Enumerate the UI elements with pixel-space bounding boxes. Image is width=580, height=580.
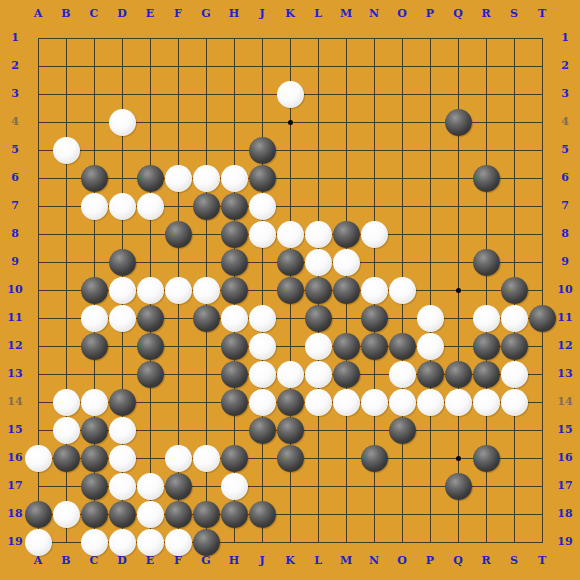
board-cell-h9[interactable]	[220, 248, 248, 276]
board-cell-l16[interactable]	[304, 444, 332, 472]
board-cell-m9[interactable]	[332, 248, 360, 276]
board-cell-h19[interactable]	[220, 528, 248, 556]
board-cell-b12[interactable]	[52, 332, 80, 360]
board-cell-c18[interactable]	[80, 500, 108, 528]
board-cell-e8[interactable]	[136, 220, 164, 248]
board-cell-h13[interactable]	[220, 360, 248, 388]
board-cell-o18[interactable]	[388, 500, 416, 528]
board-cell-e17[interactable]	[136, 472, 164, 500]
board-cell-c15[interactable]	[80, 416, 108, 444]
board-cell-e2[interactable]	[136, 52, 164, 80]
board-cell-t14[interactable]	[528, 388, 556, 416]
board-cell-l3[interactable]	[304, 80, 332, 108]
board-cell-r10[interactable]	[472, 276, 500, 304]
board-cell-h16[interactable]	[220, 444, 248, 472]
board-cell-l5[interactable]	[304, 136, 332, 164]
board-cell-h12[interactable]	[220, 332, 248, 360]
board-cell-b2[interactable]	[52, 52, 80, 80]
board-cell-a12[interactable]	[24, 332, 52, 360]
board-cell-j19[interactable]	[248, 528, 276, 556]
board-cell-d3[interactable]	[108, 80, 136, 108]
board-cell-q12[interactable]	[444, 332, 472, 360]
board-cell-p7[interactable]	[416, 192, 444, 220]
board-cell-j8[interactable]	[248, 220, 276, 248]
board-cell-k5[interactable]	[276, 136, 304, 164]
board-cell-p18[interactable]	[416, 500, 444, 528]
board-cell-j16[interactable]	[248, 444, 276, 472]
board-cell-l1[interactable]	[304, 24, 332, 52]
board-cell-s7[interactable]	[500, 192, 528, 220]
board-cell-e10[interactable]	[136, 276, 164, 304]
board-cell-m3[interactable]	[332, 80, 360, 108]
board-cell-p14[interactable]	[416, 388, 444, 416]
board-cell-d4[interactable]	[108, 108, 136, 136]
board-cell-g11[interactable]	[192, 304, 220, 332]
board-cell-t2[interactable]	[528, 52, 556, 80]
board-cell-m7[interactable]	[332, 192, 360, 220]
board-cell-o6[interactable]	[388, 164, 416, 192]
board-cell-c13[interactable]	[80, 360, 108, 388]
board-cell-o10[interactable]	[388, 276, 416, 304]
board-cell-j14[interactable]	[248, 388, 276, 416]
board-cell-b6[interactable]	[52, 164, 80, 192]
board-cell-k3[interactable]	[276, 80, 304, 108]
board-cell-f17[interactable]	[164, 472, 192, 500]
board-cell-r4[interactable]	[472, 108, 500, 136]
board-cell-o12[interactable]	[388, 332, 416, 360]
board-cell-g10[interactable]	[192, 276, 220, 304]
board-cell-a19[interactable]	[24, 528, 52, 556]
board-cell-c3[interactable]	[80, 80, 108, 108]
board-cell-l18[interactable]	[304, 500, 332, 528]
board-cell-l14[interactable]	[304, 388, 332, 416]
board-cell-c12[interactable]	[80, 332, 108, 360]
board-cell-e13[interactable]	[136, 360, 164, 388]
board-cell-t10[interactable]	[528, 276, 556, 304]
board-cell-q10[interactable]	[444, 276, 472, 304]
board-cell-t11[interactable]	[528, 304, 556, 332]
board-cell-m13[interactable]	[332, 360, 360, 388]
board-cell-l4[interactable]	[304, 108, 332, 136]
board-cell-b9[interactable]	[52, 248, 80, 276]
board-cell-b17[interactable]	[52, 472, 80, 500]
board-cell-o7[interactable]	[388, 192, 416, 220]
board-cell-k6[interactable]	[276, 164, 304, 192]
board-cell-a4[interactable]	[24, 108, 52, 136]
board-cell-s1[interactable]	[500, 24, 528, 52]
board-cell-j4[interactable]	[248, 108, 276, 136]
board-cell-n18[interactable]	[360, 500, 388, 528]
board-cell-p10[interactable]	[416, 276, 444, 304]
board-cell-d10[interactable]	[108, 276, 136, 304]
board-cell-a8[interactable]	[24, 220, 52, 248]
board-cell-s9[interactable]	[500, 248, 528, 276]
board-cell-n3[interactable]	[360, 80, 388, 108]
board-cell-a1[interactable]	[24, 24, 52, 52]
board-cell-s18[interactable]	[500, 500, 528, 528]
board-cell-s15[interactable]	[500, 416, 528, 444]
board-cell-o17[interactable]	[388, 472, 416, 500]
board-cell-g3[interactable]	[192, 80, 220, 108]
board-cell-n10[interactable]	[360, 276, 388, 304]
board-cell-a13[interactable]	[24, 360, 52, 388]
board-cell-b18[interactable]	[52, 500, 80, 528]
board-cell-k12[interactable]	[276, 332, 304, 360]
board-cell-f1[interactable]	[164, 24, 192, 52]
board-cell-e3[interactable]	[136, 80, 164, 108]
board-cell-s3[interactable]	[500, 80, 528, 108]
board-cell-n13[interactable]	[360, 360, 388, 388]
board-cell-f2[interactable]	[164, 52, 192, 80]
board-cell-q7[interactable]	[444, 192, 472, 220]
board-cell-t3[interactable]	[528, 80, 556, 108]
board-cell-l2[interactable]	[304, 52, 332, 80]
board-cell-c5[interactable]	[80, 136, 108, 164]
board-cell-b1[interactable]	[52, 24, 80, 52]
board-cell-b10[interactable]	[52, 276, 80, 304]
board-cell-a17[interactable]	[24, 472, 52, 500]
board-cell-m14[interactable]	[332, 388, 360, 416]
board-cell-c17[interactable]	[80, 472, 108, 500]
board-cell-f12[interactable]	[164, 332, 192, 360]
board-cell-h3[interactable]	[220, 80, 248, 108]
board-cell-a15[interactable]	[24, 416, 52, 444]
board-cell-c11[interactable]	[80, 304, 108, 332]
board-cell-s19[interactable]	[500, 528, 528, 556]
board-cell-h17[interactable]	[220, 472, 248, 500]
board-cell-s4[interactable]	[500, 108, 528, 136]
board-cell-s2[interactable]	[500, 52, 528, 80]
board-cell-j18[interactable]	[248, 500, 276, 528]
board-cell-f7[interactable]	[164, 192, 192, 220]
board-cell-e1[interactable]	[136, 24, 164, 52]
board-cell-c7[interactable]	[80, 192, 108, 220]
board-cell-h2[interactable]	[220, 52, 248, 80]
board-cell-q15[interactable]	[444, 416, 472, 444]
board-cell-o3[interactable]	[388, 80, 416, 108]
board-cell-f5[interactable]	[164, 136, 192, 164]
board-cell-d2[interactable]	[108, 52, 136, 80]
board-cell-b8[interactable]	[52, 220, 80, 248]
board-cell-k2[interactable]	[276, 52, 304, 80]
board-cell-m15[interactable]	[332, 416, 360, 444]
board-cell-c1[interactable]	[80, 24, 108, 52]
board-cell-r12[interactable]	[472, 332, 500, 360]
board-cell-r19[interactable]	[472, 528, 500, 556]
board-cell-p13[interactable]	[416, 360, 444, 388]
board-cell-n9[interactable]	[360, 248, 388, 276]
board-cell-j12[interactable]	[248, 332, 276, 360]
board-cell-m6[interactable]	[332, 164, 360, 192]
board-cell-d7[interactable]	[108, 192, 136, 220]
board-cell-n5[interactable]	[360, 136, 388, 164]
board-cell-f6[interactable]	[164, 164, 192, 192]
board-cell-n1[interactable]	[360, 24, 388, 52]
board-cell-r14[interactable]	[472, 388, 500, 416]
board-cell-d11[interactable]	[108, 304, 136, 332]
board-cell-t5[interactable]	[528, 136, 556, 164]
board-cell-h11[interactable]	[220, 304, 248, 332]
board-cell-l19[interactable]	[304, 528, 332, 556]
board-cell-r6[interactable]	[472, 164, 500, 192]
board-cell-k8[interactable]	[276, 220, 304, 248]
board-cell-e14[interactable]	[136, 388, 164, 416]
board-cell-c6[interactable]	[80, 164, 108, 192]
board-cell-j2[interactable]	[248, 52, 276, 80]
board-cell-k15[interactable]	[276, 416, 304, 444]
board-cell-c4[interactable]	[80, 108, 108, 136]
board-cell-t12[interactable]	[528, 332, 556, 360]
board-cell-a3[interactable]	[24, 80, 52, 108]
board-cell-k1[interactable]	[276, 24, 304, 52]
board-cell-q11[interactable]	[444, 304, 472, 332]
board-cell-p17[interactable]	[416, 472, 444, 500]
board-cell-e5[interactable]	[136, 136, 164, 164]
board-cell-o19[interactable]	[388, 528, 416, 556]
board-cell-m10[interactable]	[332, 276, 360, 304]
board-cell-d16[interactable]	[108, 444, 136, 472]
board-cell-d13[interactable]	[108, 360, 136, 388]
board-cell-o4[interactable]	[388, 108, 416, 136]
board-cell-c2[interactable]	[80, 52, 108, 80]
board-cell-r8[interactable]	[472, 220, 500, 248]
board-cell-p19[interactable]	[416, 528, 444, 556]
board-cell-b7[interactable]	[52, 192, 80, 220]
board-cell-q5[interactable]	[444, 136, 472, 164]
board-cell-f14[interactable]	[164, 388, 192, 416]
board-cell-f19[interactable]	[164, 528, 192, 556]
board-cell-o8[interactable]	[388, 220, 416, 248]
board-cell-e9[interactable]	[136, 248, 164, 276]
board-cell-d12[interactable]	[108, 332, 136, 360]
board-cell-s12[interactable]	[500, 332, 528, 360]
board-cell-o13[interactable]	[388, 360, 416, 388]
board-cell-h8[interactable]	[220, 220, 248, 248]
board-cell-f11[interactable]	[164, 304, 192, 332]
board-cell-m11[interactable]	[332, 304, 360, 332]
board-cell-p2[interactable]	[416, 52, 444, 80]
board-cell-l17[interactable]	[304, 472, 332, 500]
board-cell-s11[interactable]	[500, 304, 528, 332]
board-cell-a5[interactable]	[24, 136, 52, 164]
board-cell-b19[interactable]	[52, 528, 80, 556]
board-cell-m5[interactable]	[332, 136, 360, 164]
board-cell-k17[interactable]	[276, 472, 304, 500]
board-cell-f3[interactable]	[164, 80, 192, 108]
board-cell-t17[interactable]	[528, 472, 556, 500]
board-cell-b13[interactable]	[52, 360, 80, 388]
board-cell-o1[interactable]	[388, 24, 416, 52]
board-cell-c14[interactable]	[80, 388, 108, 416]
board-cell-p15[interactable]	[416, 416, 444, 444]
board-cell-b5[interactable]	[52, 136, 80, 164]
board-cell-d9[interactable]	[108, 248, 136, 276]
board-cell-q19[interactable]	[444, 528, 472, 556]
board-cell-j11[interactable]	[248, 304, 276, 332]
board-cell-j1[interactable]	[248, 24, 276, 52]
board-cell-j7[interactable]	[248, 192, 276, 220]
board-cell-b3[interactable]	[52, 80, 80, 108]
board-cell-l10[interactable]	[304, 276, 332, 304]
board-cell-l9[interactable]	[304, 248, 332, 276]
board-cell-h5[interactable]	[220, 136, 248, 164]
board-cell-n7[interactable]	[360, 192, 388, 220]
board-cell-m12[interactable]	[332, 332, 360, 360]
board-cell-e19[interactable]	[136, 528, 164, 556]
board-cell-a9[interactable]	[24, 248, 52, 276]
board-cell-b15[interactable]	[52, 416, 80, 444]
board-cell-j10[interactable]	[248, 276, 276, 304]
board-cell-f15[interactable]	[164, 416, 192, 444]
board-cell-h18[interactable]	[220, 500, 248, 528]
board-cell-j13[interactable]	[248, 360, 276, 388]
board-cell-b11[interactable]	[52, 304, 80, 332]
board-cell-l7[interactable]	[304, 192, 332, 220]
board-cell-k4[interactable]	[276, 108, 304, 136]
board-cell-k9[interactable]	[276, 248, 304, 276]
board-cell-f13[interactable]	[164, 360, 192, 388]
board-cell-s5[interactable]	[500, 136, 528, 164]
board-cell-m4[interactable]	[332, 108, 360, 136]
board-cell-n16[interactable]	[360, 444, 388, 472]
board-cell-k14[interactable]	[276, 388, 304, 416]
board-cell-k16[interactable]	[276, 444, 304, 472]
board-cell-s6[interactable]	[500, 164, 528, 192]
board-cell-g6[interactable]	[192, 164, 220, 192]
board-cell-l8[interactable]	[304, 220, 332, 248]
board-cell-l11[interactable]	[304, 304, 332, 332]
board-cell-t16[interactable]	[528, 444, 556, 472]
board-cell-m8[interactable]	[332, 220, 360, 248]
board-cell-c8[interactable]	[80, 220, 108, 248]
board-cell-r7[interactable]	[472, 192, 500, 220]
board-cell-o9[interactable]	[388, 248, 416, 276]
board-cell-a18[interactable]	[24, 500, 52, 528]
board-cell-q16[interactable]	[444, 444, 472, 472]
board-cell-o2[interactable]	[388, 52, 416, 80]
board-cell-g18[interactable]	[192, 500, 220, 528]
board-cell-g12[interactable]	[192, 332, 220, 360]
board-cell-f4[interactable]	[164, 108, 192, 136]
board-cell-o15[interactable]	[388, 416, 416, 444]
board-cell-e16[interactable]	[136, 444, 164, 472]
board-cell-e15[interactable]	[136, 416, 164, 444]
board-cell-s8[interactable]	[500, 220, 528, 248]
board-cell-g16[interactable]	[192, 444, 220, 472]
board-cell-j17[interactable]	[248, 472, 276, 500]
board-cell-b16[interactable]	[52, 444, 80, 472]
board-cell-n12[interactable]	[360, 332, 388, 360]
board-cell-m18[interactable]	[332, 500, 360, 528]
board-cell-r3[interactable]	[472, 80, 500, 108]
board-cell-g14[interactable]	[192, 388, 220, 416]
board-cell-a7[interactable]	[24, 192, 52, 220]
board-cell-q17[interactable]	[444, 472, 472, 500]
board-cell-g7[interactable]	[192, 192, 220, 220]
board-cell-t18[interactable]	[528, 500, 556, 528]
board-cell-p9[interactable]	[416, 248, 444, 276]
board-cell-s14[interactable]	[500, 388, 528, 416]
board-cell-f8[interactable]	[164, 220, 192, 248]
board-cell-e4[interactable]	[136, 108, 164, 136]
board-cell-r5[interactable]	[472, 136, 500, 164]
board-cell-f9[interactable]	[164, 248, 192, 276]
board-cell-e12[interactable]	[136, 332, 164, 360]
board-cell-s13[interactable]	[500, 360, 528, 388]
board-cell-d14[interactable]	[108, 388, 136, 416]
board-cell-c10[interactable]	[80, 276, 108, 304]
board-cell-n14[interactable]	[360, 388, 388, 416]
board-cell-c16[interactable]	[80, 444, 108, 472]
board-cell-q1[interactable]	[444, 24, 472, 52]
board-cell-d6[interactable]	[108, 164, 136, 192]
board-cell-p1[interactable]	[416, 24, 444, 52]
board-cell-f10[interactable]	[164, 276, 192, 304]
board-cell-k11[interactable]	[276, 304, 304, 332]
board-cell-n11[interactable]	[360, 304, 388, 332]
board-cell-k13[interactable]	[276, 360, 304, 388]
board-cell-r2[interactable]	[472, 52, 500, 80]
board-cell-t7[interactable]	[528, 192, 556, 220]
board-cell-m1[interactable]	[332, 24, 360, 52]
board-cell-n6[interactable]	[360, 164, 388, 192]
board-cell-p8[interactable]	[416, 220, 444, 248]
board-cell-c9[interactable]	[80, 248, 108, 276]
board-cell-g15[interactable]	[192, 416, 220, 444]
board-cell-n8[interactable]	[360, 220, 388, 248]
board-cell-j9[interactable]	[248, 248, 276, 276]
board-cell-l12[interactable]	[304, 332, 332, 360]
board-cell-f16[interactable]	[164, 444, 192, 472]
board-cell-s10[interactable]	[500, 276, 528, 304]
board-cell-k19[interactable]	[276, 528, 304, 556]
board-cell-q4[interactable]	[444, 108, 472, 136]
board-cell-j5[interactable]	[248, 136, 276, 164]
board-cell-t1[interactable]	[528, 24, 556, 52]
board-cell-a6[interactable]	[24, 164, 52, 192]
board-cell-h14[interactable]	[220, 388, 248, 416]
board-cell-g5[interactable]	[192, 136, 220, 164]
board-cell-q2[interactable]	[444, 52, 472, 80]
board-cell-d8[interactable]	[108, 220, 136, 248]
board-cell-d19[interactable]	[108, 528, 136, 556]
board-cell-g2[interactable]	[192, 52, 220, 80]
board-cell-p12[interactable]	[416, 332, 444, 360]
board-cell-n15[interactable]	[360, 416, 388, 444]
board-cell-p5[interactable]	[416, 136, 444, 164]
board-cell-b14[interactable]	[52, 388, 80, 416]
board-cell-g9[interactable]	[192, 248, 220, 276]
board-cell-g8[interactable]	[192, 220, 220, 248]
board-cell-c19[interactable]	[80, 528, 108, 556]
board-cell-f18[interactable]	[164, 500, 192, 528]
board-cell-q6[interactable]	[444, 164, 472, 192]
board-cell-h10[interactable]	[220, 276, 248, 304]
board-cell-t4[interactable]	[528, 108, 556, 136]
board-cell-m19[interactable]	[332, 528, 360, 556]
board-cell-a11[interactable]	[24, 304, 52, 332]
board-cell-q18[interactable]	[444, 500, 472, 528]
board-cell-d17[interactable]	[108, 472, 136, 500]
board-cell-m17[interactable]	[332, 472, 360, 500]
board-cell-e7[interactable]	[136, 192, 164, 220]
board-cell-p4[interactable]	[416, 108, 444, 136]
board-cell-h15[interactable]	[220, 416, 248, 444]
board-cell-q14[interactable]	[444, 388, 472, 416]
board-cell-r13[interactable]	[472, 360, 500, 388]
board-cell-q13[interactable]	[444, 360, 472, 388]
board-cell-s16[interactable]	[500, 444, 528, 472]
